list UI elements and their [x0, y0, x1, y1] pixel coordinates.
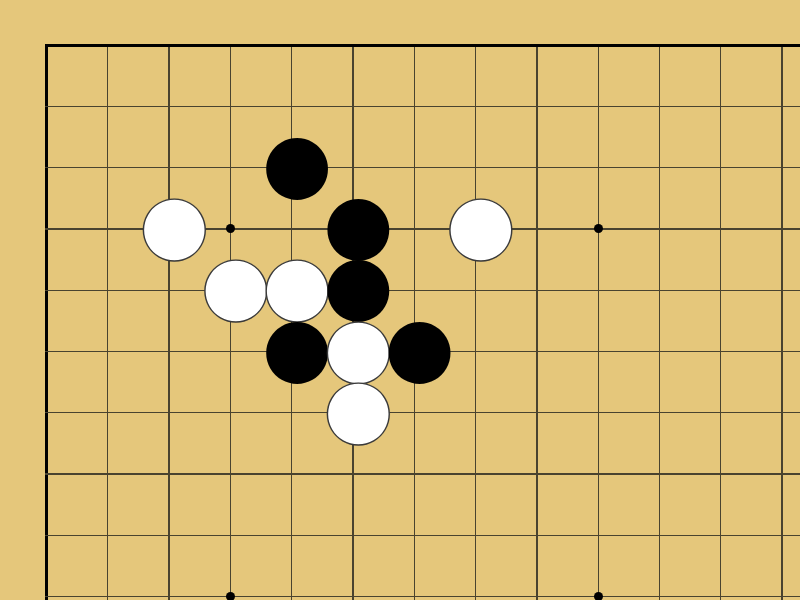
grid-line-horizontal: [45, 106, 800, 107]
screen: ●●●●●●●●●●●: [0, 0, 800, 600]
grid-line-vertical: [168, 44, 169, 600]
white-stone: ●: [200, 260, 260, 320]
grid-line-vertical: [598, 44, 599, 600]
grid-line-horizontal: [45, 535, 800, 536]
go-board[interactable]: ●●●●●●●●●●●: [0, 0, 800, 600]
board-border-left: [45, 44, 48, 600]
black-stone: ●: [262, 138, 322, 198]
grid-line-horizontal: [45, 167, 800, 168]
grid-line-horizontal: [45, 473, 800, 474]
white-stone: ●: [139, 199, 199, 259]
grid-line-vertical: [475, 44, 476, 600]
grid-line-vertical: [107, 44, 108, 600]
grid-line-vertical: [781, 44, 782, 600]
white-stone: ●: [323, 383, 383, 443]
star-point: [594, 224, 603, 233]
grid-line-horizontal: [45, 412, 800, 413]
star-point: [226, 224, 235, 233]
grid-line-horizontal: [45, 596, 800, 597]
grid-line-vertical: [536, 44, 537, 600]
star-point: [226, 592, 235, 600]
star-point: [594, 592, 603, 600]
grid-line-vertical: [720, 44, 721, 600]
white-stone: ●: [446, 199, 506, 259]
board-border-top: [45, 44, 800, 47]
grid-line-vertical: [659, 44, 660, 600]
black-stone: ●: [262, 322, 322, 382]
grid-line-horizontal: [45, 290, 800, 291]
